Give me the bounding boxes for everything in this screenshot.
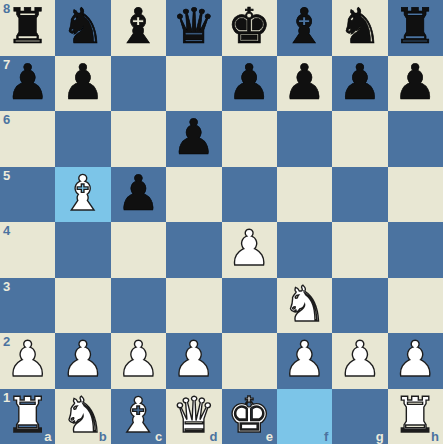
piece-black-pawn[interactable]: ♟ <box>227 58 271 107</box>
rank-label-4: 4 <box>3 224 10 237</box>
square-h7[interactable]: ♟ <box>388 56 443 112</box>
square-g7[interactable]: ♟ <box>332 56 387 112</box>
square-c7[interactable] <box>111 56 166 112</box>
square-c8[interactable]: ♝ <box>111 0 166 56</box>
square-a8[interactable]: 8♜ <box>0 0 55 56</box>
file-label-f: f <box>324 430 328 443</box>
rank-label-5: 5 <box>3 169 10 182</box>
square-e3[interactable] <box>222 278 277 334</box>
square-g8[interactable]: ♞ <box>332 0 387 56</box>
square-c6[interactable] <box>111 111 166 167</box>
square-d8[interactable]: ♛ <box>166 0 221 56</box>
square-e2[interactable] <box>222 333 277 389</box>
square-g1[interactable]: g <box>332 389 387 444</box>
square-h2[interactable]: ♟ <box>388 333 443 389</box>
piece-black-pawn[interactable]: ♟ <box>6 58 50 107</box>
square-b2[interactable]: ♟ <box>55 333 110 389</box>
square-a7[interactable]: 7♟ <box>0 56 55 112</box>
square-d3[interactable] <box>166 278 221 334</box>
square-c2[interactable]: ♟ <box>111 333 166 389</box>
square-a5[interactable]: 5 <box>0 167 55 223</box>
square-a1[interactable]: 1a♜ <box>0 389 55 444</box>
square-g2[interactable]: ♟ <box>332 333 387 389</box>
square-f2[interactable]: ♟ <box>277 333 332 389</box>
chess-board: 8♜♞♝♛♚♝♞♜7♟♟♟♟♟♟6♟5♝♟4♟3♞2♟♟♟♟♟♟♟1a♜b♞c♝… <box>0 0 443 444</box>
piece-white-king[interactable]: ♚ <box>227 391 271 440</box>
square-c4[interactable] <box>111 222 166 278</box>
square-f6[interactable] <box>277 111 332 167</box>
piece-black-rook[interactable]: ♜ <box>6 2 50 51</box>
piece-white-knight[interactable]: ♞ <box>283 280 327 329</box>
square-f7[interactable]: ♟ <box>277 56 332 112</box>
square-c5[interactable]: ♟ <box>111 167 166 223</box>
square-c1[interactable]: c♝ <box>111 389 166 444</box>
square-b4[interactable] <box>55 222 110 278</box>
piece-white-pawn[interactable]: ♟ <box>6 335 50 384</box>
piece-black-pawn[interactable]: ♟ <box>116 169 160 218</box>
piece-black-pawn[interactable]: ♟ <box>338 58 382 107</box>
piece-white-queen[interactable]: ♛ <box>172 391 216 440</box>
square-a4[interactable]: 4 <box>0 222 55 278</box>
square-g6[interactable] <box>332 111 387 167</box>
piece-black-pawn[interactable]: ♟ <box>172 113 216 162</box>
square-b6[interactable] <box>55 111 110 167</box>
file-label-g: g <box>376 430 384 443</box>
square-c3[interactable] <box>111 278 166 334</box>
piece-black-king[interactable]: ♚ <box>227 2 271 51</box>
piece-black-queen[interactable]: ♛ <box>172 2 216 51</box>
square-h6[interactable] <box>388 111 443 167</box>
square-d2[interactable]: ♟ <box>166 333 221 389</box>
piece-black-rook[interactable]: ♜ <box>393 2 437 51</box>
square-g4[interactable] <box>332 222 387 278</box>
square-b8[interactable]: ♞ <box>55 0 110 56</box>
piece-white-knight[interactable]: ♞ <box>61 391 105 440</box>
piece-white-bishop[interactable]: ♝ <box>116 391 160 440</box>
piece-white-pawn[interactable]: ♟ <box>61 335 105 384</box>
piece-black-bishop[interactable]: ♝ <box>116 2 160 51</box>
square-f4[interactable] <box>277 222 332 278</box>
piece-white-pawn[interactable]: ♟ <box>116 335 160 384</box>
square-e4[interactable]: ♟ <box>222 222 277 278</box>
piece-black-pawn[interactable]: ♟ <box>393 58 437 107</box>
piece-black-pawn[interactable]: ♟ <box>283 58 327 107</box>
square-g5[interactable] <box>332 167 387 223</box>
square-a2[interactable]: 2♟ <box>0 333 55 389</box>
square-e7[interactable]: ♟ <box>222 56 277 112</box>
square-b7[interactable]: ♟ <box>55 56 110 112</box>
piece-white-rook[interactable]: ♜ <box>6 391 50 440</box>
piece-black-knight[interactable]: ♞ <box>61 2 105 51</box>
square-d6[interactable]: ♟ <box>166 111 221 167</box>
piece-white-pawn[interactable]: ♟ <box>338 335 382 384</box>
square-f1[interactable]: f <box>277 389 332 444</box>
square-e5[interactable] <box>222 167 277 223</box>
piece-white-pawn[interactable]: ♟ <box>393 335 437 384</box>
square-f8[interactable]: ♝ <box>277 0 332 56</box>
square-h5[interactable] <box>388 167 443 223</box>
piece-white-pawn[interactable]: ♟ <box>172 335 216 384</box>
square-b5[interactable]: ♝ <box>55 167 110 223</box>
square-a6[interactable]: 6 <box>0 111 55 167</box>
square-e6[interactable] <box>222 111 277 167</box>
piece-white-rook[interactable]: ♜ <box>393 391 437 440</box>
square-a3[interactable]: 3 <box>0 278 55 334</box>
rank-label-6: 6 <box>3 113 10 126</box>
square-h1[interactable]: h♜ <box>388 389 443 444</box>
square-h8[interactable]: ♜ <box>388 0 443 56</box>
square-d5[interactable] <box>166 167 221 223</box>
square-d1[interactable]: d♛ <box>166 389 221 444</box>
square-f5[interactable] <box>277 167 332 223</box>
square-f3[interactable]: ♞ <box>277 278 332 334</box>
square-h4[interactable] <box>388 222 443 278</box>
piece-black-pawn[interactable]: ♟ <box>61 58 105 107</box>
piece-black-bishop[interactable]: ♝ <box>283 2 327 51</box>
square-e1[interactable]: e♚ <box>222 389 277 444</box>
square-b1[interactable]: b♞ <box>55 389 110 444</box>
piece-white-bishop[interactable]: ♝ <box>61 169 105 218</box>
square-d7[interactable] <box>166 56 221 112</box>
piece-white-pawn[interactable]: ♟ <box>283 335 327 384</box>
square-d4[interactable] <box>166 222 221 278</box>
rank-label-3: 3 <box>3 280 10 293</box>
square-e8[interactable]: ♚ <box>222 0 277 56</box>
square-b3[interactable] <box>55 278 110 334</box>
square-h3[interactable] <box>388 278 443 334</box>
square-g3[interactable] <box>332 278 387 334</box>
piece-black-knight[interactable]: ♞ <box>338 2 382 51</box>
piece-white-pawn[interactable]: ♟ <box>227 224 271 273</box>
